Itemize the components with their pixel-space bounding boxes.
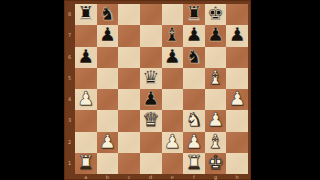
square-f1[interactable]: ♜ (183, 153, 205, 174)
piece-black-pawn[interactable]: ♟ (229, 25, 246, 44)
square-h4[interactable]: ♟ (226, 89, 248, 110)
square-c3[interactable] (118, 110, 140, 131)
square-d3[interactable]: ♛ (140, 110, 162, 131)
file-label-f: f (183, 174, 205, 180)
piece-black-pawn[interactable]: ♟ (99, 25, 116, 44)
square-g1[interactable]: ♚ (205, 153, 227, 174)
piece-white-pawn[interactable]: ♟ (164, 132, 181, 151)
piece-black-pawn[interactable]: ♟ (207, 25, 224, 44)
piece-black-knight[interactable]: ♞ (99, 4, 116, 23)
square-a1[interactable]: ♜ (75, 153, 97, 174)
square-g5[interactable]: ♝ (205, 68, 227, 89)
piece-black-queen[interactable]: ♛ (142, 68, 159, 87)
square-h2[interactable] (226, 132, 248, 153)
square-d6[interactable] (140, 47, 162, 68)
rank-label-6: 6 (64, 47, 75, 68)
square-f8[interactable]: ♜ (183, 4, 205, 25)
file-label-b: b (97, 174, 119, 180)
file-label-e: e (162, 174, 184, 180)
file-label-a: a (75, 174, 97, 180)
piece-white-bishop[interactable]: ♝ (207, 68, 224, 87)
square-e5[interactable] (162, 68, 184, 89)
piece-white-rook[interactable]: ♜ (185, 153, 202, 172)
file-label-h: h (226, 174, 248, 180)
square-d1[interactable] (140, 153, 162, 174)
square-b4[interactable] (97, 89, 119, 110)
square-b2[interactable]: ♟ (97, 132, 119, 153)
square-d2[interactable] (140, 132, 162, 153)
square-a8[interactable]: ♜ (75, 4, 97, 25)
square-g3[interactable]: ♟ (205, 110, 227, 131)
square-f6[interactable]: ♞ (183, 47, 205, 68)
square-a2[interactable] (75, 132, 97, 153)
square-c2[interactable] (118, 132, 140, 153)
square-e8[interactable] (162, 4, 184, 25)
square-a6[interactable]: ♟ (75, 47, 97, 68)
square-h6[interactable] (226, 47, 248, 68)
file-label-c: c (118, 174, 140, 180)
rank-labels: 87654321 (64, 4, 75, 174)
square-a5[interactable] (75, 68, 97, 89)
file-label-d: d (140, 174, 162, 180)
square-g6[interactable] (205, 47, 227, 68)
square-b7[interactable]: ♟ (97, 25, 119, 46)
piece-white-pawn[interactable]: ♟ (207, 110, 224, 129)
square-f5[interactable] (183, 68, 205, 89)
square-g2[interactable]: ♝ (205, 132, 227, 153)
square-e4[interactable] (162, 89, 184, 110)
piece-white-king[interactable]: ♚ (207, 153, 224, 172)
rank-label-4: 4 (64, 89, 75, 110)
square-f4[interactable] (183, 89, 205, 110)
square-e3[interactable] (162, 110, 184, 131)
square-f2[interactable]: ♟ (183, 132, 205, 153)
piece-black-rook[interactable]: ♜ (185, 4, 202, 23)
square-c5[interactable] (118, 68, 140, 89)
piece-white-bishop[interactable]: ♝ (207, 132, 224, 151)
file-labels: abcdefgh (75, 174, 248, 180)
board-squares: ♜♞♜♚♟♝♟♟♟♟♟♞♛♝♟♟♟♛♞♟♟♟♟♝♜♜♚ (75, 4, 248, 174)
square-h3[interactable] (226, 110, 248, 131)
square-c7[interactable] (118, 25, 140, 46)
piece-white-pawn[interactable]: ♟ (99, 132, 116, 151)
piece-white-rook[interactable]: ♜ (77, 153, 94, 172)
piece-white-knight[interactable]: ♞ (185, 110, 202, 129)
rank-label-3: 3 (64, 110, 75, 131)
square-d5[interactable]: ♛ (140, 68, 162, 89)
square-h5[interactable] (226, 68, 248, 89)
square-e7[interactable]: ♝ (162, 25, 184, 46)
square-f3[interactable]: ♞ (183, 110, 205, 131)
square-f7[interactable]: ♟ (183, 25, 205, 46)
piece-white-pawn[interactable]: ♟ (77, 89, 94, 108)
rank-label-8: 8 (64, 4, 75, 25)
square-b5[interactable] (97, 68, 119, 89)
piece-white-queen[interactable]: ♛ (142, 110, 159, 129)
video-frame: 87654321 abcdefgh ♜♞♜♚♟♝♟♟♟♟♟♞♛♝♟♟♟♛♞♟♟♟… (0, 0, 320, 180)
square-c1[interactable] (118, 153, 140, 174)
piece-black-pawn[interactable]: ♟ (142, 89, 159, 108)
piece-black-pawn[interactable]: ♟ (185, 25, 202, 44)
square-e2[interactable]: ♟ (162, 132, 184, 153)
square-b3[interactable] (97, 110, 119, 131)
piece-black-pawn[interactable]: ♟ (77, 47, 94, 66)
rank-label-5: 5 (64, 68, 75, 89)
rank-label-7: 7 (64, 25, 75, 46)
square-d4[interactable]: ♟ (140, 89, 162, 110)
rank-label-2: 2 (64, 132, 75, 153)
piece-white-pawn[interactable]: ♟ (229, 89, 246, 108)
piece-white-pawn[interactable]: ♟ (185, 132, 202, 151)
square-c6[interactable] (118, 47, 140, 68)
square-a4[interactable]: ♟ (75, 89, 97, 110)
piece-black-rook[interactable]: ♜ (77, 4, 94, 23)
square-d8[interactable] (140, 4, 162, 25)
chess-board: 87654321 abcdefgh ♜♞♜♚♟♝♟♟♟♟♟♞♛♝♟♟♟♛♞♟♟♟… (64, 0, 251, 180)
square-h8[interactable] (226, 4, 248, 25)
piece-black-knight[interactable]: ♞ (185, 47, 202, 66)
piece-black-pawn[interactable]: ♟ (164, 47, 181, 66)
square-c8[interactable] (118, 4, 140, 25)
piece-black-bishop[interactable]: ♝ (164, 25, 181, 44)
square-e6[interactable]: ♟ (162, 47, 184, 68)
square-b6[interactable] (97, 47, 119, 68)
square-h7[interactable]: ♟ (226, 25, 248, 46)
square-a7[interactable] (75, 25, 97, 46)
square-b1[interactable] (97, 153, 119, 174)
square-g8[interactable]: ♚ (205, 4, 227, 25)
square-d7[interactable] (140, 25, 162, 46)
square-g7[interactable]: ♟ (205, 25, 227, 46)
square-g4[interactable] (205, 89, 227, 110)
square-a3[interactable] (75, 110, 97, 131)
square-e1[interactable] (162, 153, 184, 174)
rank-label-1: 1 (64, 153, 75, 174)
piece-black-king[interactable]: ♚ (207, 4, 224, 23)
square-c4[interactable] (118, 89, 140, 110)
square-b8[interactable]: ♞ (97, 4, 119, 25)
square-h1[interactable] (226, 153, 248, 174)
file-label-g: g (205, 174, 227, 180)
